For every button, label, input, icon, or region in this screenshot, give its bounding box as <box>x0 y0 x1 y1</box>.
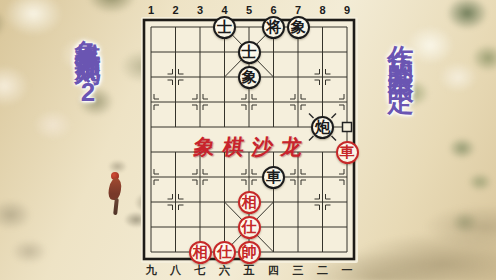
file-label-bottom-8: 八 <box>168 263 184 278</box>
piece-red-advisor[interactable]: 仕 <box>238 216 261 239</box>
file-label-top-2: 2 <box>168 4 184 16</box>
piece-red-king[interactable]: 帥 <box>238 241 261 264</box>
piece-black-elephant[interactable]: 象 <box>287 16 310 39</box>
file-label-bottom-6: 六 <box>217 263 233 278</box>
left-title: 象棋竞赛规则02 <box>73 19 103 111</box>
file-label-top-9: 9 <box>339 4 355 16</box>
piece-black-advisor[interactable]: 士 <box>238 41 261 64</box>
file-label-bottom-7: 七 <box>192 263 208 278</box>
file-label-bottom-9: 九 <box>143 263 159 278</box>
file-label-bottom-1: 一 <box>339 263 355 278</box>
file-label-bottom-5: 五 <box>241 263 257 278</box>
file-label-top-4: 4 <box>217 4 233 16</box>
piece-red-advisor[interactable]: 仕 <box>213 241 236 264</box>
xiangqi-lesson-screen: 123456789 九八七六五四三二一 士将象士象炮車車相仕相仕帥 象棋沙龙 象… <box>0 0 496 280</box>
piece-black-king[interactable]: 将 <box>262 16 285 39</box>
file-label-top-8: 8 <box>315 4 331 16</box>
last-move-origin-marker <box>343 123 352 132</box>
file-label-bottom-4: 四 <box>266 263 282 278</box>
file-label-top-6: 6 <box>266 4 282 16</box>
file-label-bottom-2: 二 <box>315 263 331 278</box>
file-label-top-5: 5 <box>241 4 257 16</box>
file-label-top-3: 3 <box>192 4 208 16</box>
file-label-top-7: 7 <box>290 4 306 16</box>
right-title: 作负的基本限定 <box>386 24 416 73</box>
piece-red-chariot[interactable]: 車 <box>336 141 359 164</box>
file-label-top-1: 1 <box>143 4 159 16</box>
board-watermark: 象棋沙龙 <box>192 133 326 161</box>
piece-red-elephant[interactable]: 相 <box>189 241 212 264</box>
file-label-bottom-3: 三 <box>290 263 306 278</box>
piece-black-advisor[interactable]: 士 <box>213 16 236 39</box>
piece-black-elephant[interactable]: 象 <box>238 66 261 89</box>
piece-red-elephant[interactable]: 相 <box>238 191 261 214</box>
piece-black-chariot[interactable]: 車 <box>262 166 285 189</box>
